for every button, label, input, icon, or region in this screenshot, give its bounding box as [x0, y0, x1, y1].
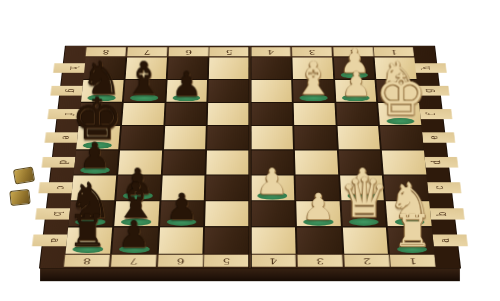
square-b5	[205, 201, 249, 226]
square-d6	[162, 150, 205, 174]
band-right-label-c: c	[417, 182, 461, 193]
band-bottom-label-6: 6	[158, 255, 203, 267]
band-left-label-h: h	[53, 63, 94, 73]
square-b6: ♟	[160, 201, 204, 226]
band-top-label-4: 4	[251, 47, 291, 56]
square-a4	[251, 228, 295, 254]
square-g2: ♟	[335, 80, 377, 102]
brass-clasp-icon	[9, 189, 30, 206]
band-top-label-8: 8	[86, 47, 126, 56]
square-e3	[294, 126, 336, 149]
chess-board: 87654321 87654321 hgfedcba hgfedcba ♟♞♝♟…	[40, 46, 460, 268]
square-a6	[158, 228, 203, 254]
band-top-label-5: 5	[210, 47, 250, 56]
square-e7	[120, 126, 163, 149]
square-h4	[251, 57, 291, 78]
square-c4: ♟	[251, 175, 294, 200]
board-front-edge	[40, 267, 460, 281]
square-e6	[164, 126, 206, 149]
band-bottom-label-1: 1	[390, 255, 436, 267]
piece-white-bishop-g3: ♝	[293, 55, 334, 100]
piece-white-queen-b2: ♛	[340, 171, 389, 226]
band-right-label-h: h	[406, 63, 447, 73]
square-e4	[251, 126, 293, 149]
band-left-label-f: f	[48, 109, 90, 119]
square-g4	[251, 80, 292, 102]
band-right-label-f: f	[410, 109, 452, 119]
brass-clasp-icon	[13, 166, 35, 184]
square-b4	[251, 201, 295, 226]
square-d5	[207, 150, 249, 174]
square-f5	[208, 103, 249, 126]
band-left-label-d: d	[42, 157, 85, 168]
square-f2	[336, 103, 378, 126]
band-bottom-label-3: 3	[297, 255, 342, 267]
square-d3	[295, 150, 338, 174]
band-left-label-c: c	[39, 182, 83, 193]
band-right-label-g: g	[408, 86, 449, 96]
band-left-label-e: e	[45, 133, 88, 143]
band-bottom-label-5: 5	[204, 255, 249, 267]
piece-black-bishop-g7: ♝	[124, 55, 165, 100]
piece-white-pawn-c4: ♟	[257, 163, 289, 199]
band-bottom-label-8: 8	[64, 255, 110, 267]
band-left-label-b: b	[36, 208, 81, 219]
band-bottom-label-7: 7	[111, 255, 156, 267]
square-e5	[207, 126, 249, 149]
band-top-label-3: 3	[292, 47, 332, 56]
square-f3	[293, 103, 335, 126]
band-right-label-e: e	[412, 133, 455, 143]
square-h5	[209, 57, 249, 78]
square-a7: ♟	[112, 228, 158, 254]
square-a5	[205, 228, 249, 254]
piece-white-pawn-b3: ♟	[302, 189, 334, 225]
piece-white-pawn-g2: ♟	[341, 67, 371, 101]
square-b2: ♛	[341, 201, 386, 226]
square-a3	[297, 228, 342, 254]
chess-set-photo: 87654321 87654321 hgfedcba hgfedcba ♟♞♝♟…	[0, 0, 500, 301]
band-top-label-7: 7	[127, 47, 167, 56]
band-bottom-label-4: 4	[251, 255, 296, 267]
square-c5	[206, 175, 249, 200]
piece-black-pawn-d8: ♟	[79, 138, 110, 173]
band-right-label-a: a	[422, 235, 467, 247]
piece-black-pawn-b6: ♟	[165, 189, 197, 225]
square-f6	[165, 103, 207, 126]
rank-labels-top: 87654321	[86, 47, 414, 56]
square-a2	[342, 228, 388, 254]
square-g3: ♝	[293, 80, 334, 102]
square-g5	[208, 80, 249, 102]
square-f7	[122, 103, 164, 126]
band-top-label-1: 1	[374, 47, 414, 56]
band-right-label-d: d	[415, 157, 458, 168]
square-b3: ♟	[296, 201, 340, 226]
square-g6: ♟	[166, 80, 207, 102]
band-top-label-6: 6	[168, 47, 208, 56]
band-right-label-b: b	[420, 208, 465, 219]
band-top-label-2: 2	[333, 47, 373, 56]
piece-black-pawn-g6: ♟	[171, 67, 201, 101]
square-e2	[337, 126, 380, 149]
band-bottom-label-2: 2	[344, 255, 389, 267]
square-f4	[251, 103, 292, 126]
band-left-label-g: g	[51, 86, 92, 96]
piece-black-pawn-a7: ♟	[118, 216, 151, 253]
band-left-label-a: a	[32, 235, 77, 247]
square-g7: ♝	[124, 80, 166, 102]
